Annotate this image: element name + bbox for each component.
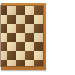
board-square [25, 60, 34, 66]
board-square [7, 6, 16, 15]
board-square [1, 42, 7, 51]
screenshot-stage [0, 0, 75, 75]
board-square [16, 33, 25, 42]
board-square [34, 24, 43, 33]
board-square [1, 51, 7, 60]
board-square [16, 51, 25, 60]
board-square [16, 42, 25, 51]
board-square [34, 6, 43, 15]
board-square [25, 24, 34, 33]
board-square [7, 51, 16, 60]
board-square [7, 60, 16, 66]
board-square [34, 15, 43, 24]
board-square [25, 15, 34, 24]
board-square [16, 6, 25, 15]
board-square [25, 42, 34, 51]
board-square [34, 60, 43, 66]
board-square [25, 6, 34, 15]
checkerboard [1, 6, 43, 66]
board-square [7, 15, 16, 24]
board-square [34, 42, 43, 51]
board-square [7, 24, 16, 33]
board-square [25, 51, 34, 60]
board-square [16, 60, 25, 66]
board-square [7, 33, 16, 42]
board-square [7, 42, 16, 51]
board-square [34, 33, 43, 42]
board-square [16, 15, 25, 24]
board-square [34, 51, 43, 60]
board-square [25, 33, 34, 42]
checkerboard-frame [1, 3, 46, 70]
board-square [16, 24, 25, 33]
